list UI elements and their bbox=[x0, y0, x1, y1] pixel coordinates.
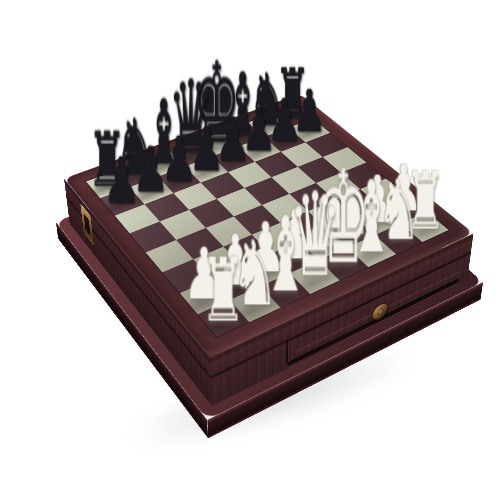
latch-slot bbox=[84, 214, 91, 237]
drawer-side-seam bbox=[286, 340, 288, 364]
box-lid-top: ♜♞♝♛♚♝♞♜♟♟♟♟♟♟♟♟♟♟♟♟♟♟♟♟♜♞♝♛♚♝♞♜ bbox=[64, 94, 474, 358]
chess-set-photo: ♜♞♝♛♚♝♞♜♟♟♟♟♟♟♟♟♟♟♟♟♟♟♟♟♜♞♝♛♚♝♞♜ bbox=[0, 0, 500, 500]
